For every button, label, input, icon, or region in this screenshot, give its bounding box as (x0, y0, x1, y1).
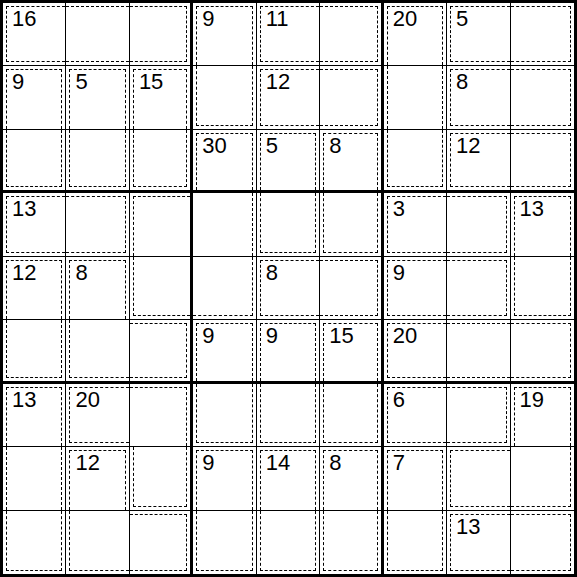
cage-boundary (133, 257, 190, 316)
cell-r9c5[interactable] (257, 511, 320, 574)
cell-r3c6[interactable]: 8 (320, 130, 383, 193)
cage-boundary (130, 387, 187, 446)
cage-sum-label: 13 (520, 198, 544, 220)
cell-r3c3[interactable] (130, 130, 193, 193)
cell-r1c9[interactable] (511, 3, 574, 66)
cell-r5c7[interactable]: 9 (384, 257, 447, 320)
cage-sum-label: 7 (393, 452, 405, 474)
cage-sum-label: 13 (12, 198, 36, 220)
cell-r2c5[interactable]: 12 (257, 66, 320, 129)
cell-r7c7[interactable]: 6 (384, 384, 447, 447)
cell-r8c6[interactable]: 8 (320, 447, 383, 510)
cage-boundary (130, 6, 187, 62)
cell-r4c4[interactable] (193, 193, 256, 256)
cage-boundary (511, 323, 571, 377)
cell-r6c4[interactable]: 9 (193, 320, 256, 383)
cage-sum-label: 11 (266, 8, 289, 30)
cell-r1c6[interactable] (320, 3, 383, 66)
cell-r7c4[interactable] (193, 384, 256, 447)
cage-boundary (387, 511, 443, 571)
cage-boundary (323, 193, 377, 252)
cage-boundary (260, 193, 316, 252)
cage-sum-label: 12 (266, 71, 290, 93)
cage-boundary (320, 69, 377, 125)
cell-r5c9[interactable] (511, 257, 574, 320)
cage-sum-label: 8 (75, 262, 87, 284)
cage-boundary (514, 257, 571, 316)
cell-r9c4[interactable] (193, 511, 256, 574)
cell-r1c1[interactable]: 16 (3, 3, 66, 66)
cage-sum-label: 12 (456, 135, 480, 157)
cage-boundary (193, 257, 252, 316)
cell-r2c9[interactable] (511, 66, 574, 129)
cage-sum-label: 16 (12, 8, 36, 30)
cage-sum-label: 8 (456, 71, 468, 93)
cage-sum-label: 9 (393, 262, 405, 284)
cell-r2c7[interactable] (384, 66, 447, 129)
cell-r8c3[interactable] (130, 447, 193, 510)
cell-r4c5[interactable] (257, 193, 320, 256)
cell-r2c8[interactable]: 8 (447, 66, 510, 129)
cage-boundary (130, 323, 187, 377)
cell-r5c4[interactable] (193, 257, 256, 320)
cell-r7c3[interactable] (130, 384, 193, 447)
cage-boundary (69, 511, 128, 571)
cell-r4c2[interactable] (66, 193, 129, 256)
cage-sum-label: 14 (266, 452, 290, 474)
cell-r7c9[interactable]: 19 (511, 384, 574, 447)
cage-boundary (447, 196, 506, 252)
cell-r8c2[interactable]: 12 (66, 447, 129, 510)
cell-r1c4[interactable]: 9 (193, 3, 256, 66)
cage-boundary (511, 6, 571, 62)
cage-boundary (6, 511, 62, 571)
cage-sum-label: 5 (75, 71, 87, 93)
cage-sum-label: 9 (202, 8, 214, 30)
cage-boundary (511, 447, 571, 506)
cell-r5c1[interactable]: 12 (3, 257, 66, 320)
cell-r6c7[interactable]: 20 (384, 320, 447, 383)
cell-r5c5[interactable]: 8 (257, 257, 320, 320)
cage-sum-label: 12 (75, 452, 99, 474)
cell-r6c9[interactable] (511, 320, 574, 383)
cell-r3c5[interactable]: 5 (257, 130, 320, 193)
cell-r4c7[interactable]: 3 (384, 193, 447, 256)
cell-r2c3[interactable]: 15 (130, 66, 193, 129)
cell-r6c2[interactable] (66, 320, 129, 383)
cage-boundary (6, 320, 62, 377)
cell-r6c3[interactable] (130, 320, 193, 383)
cell-r3c2[interactable] (66, 130, 129, 193)
cell-r9c9[interactable] (511, 511, 574, 574)
cage-boundary (66, 196, 125, 252)
cell-r4c3[interactable] (130, 193, 193, 256)
cage-sum-label: 8 (329, 135, 341, 157)
cell-r6c1[interactable] (3, 320, 66, 383)
cell-r7c8[interactable] (447, 384, 510, 447)
cage-boundary (193, 193, 252, 255)
cage-sum-label: 20 (393, 325, 417, 347)
cell-r7c1[interactable]: 13 (3, 384, 66, 447)
cage-boundary (66, 6, 128, 62)
cage-sum-label: 15 (329, 325, 353, 347)
cage-sum-label: 8 (266, 262, 278, 284)
cage-boundary (133, 447, 187, 506)
cage-sum-label: 20 (75, 389, 99, 411)
killer-sudoku-board: 1691120595151283058121331312889991520132… (0, 0, 577, 577)
cage-sum-label: 19 (520, 389, 544, 411)
cage-boundary (196, 66, 252, 125)
cell-r3c4[interactable]: 30 (193, 130, 256, 193)
cell-r1c7[interactable]: 20 (384, 3, 447, 66)
cage-sum-label: 20 (393, 8, 417, 30)
cell-r3c7[interactable] (384, 130, 447, 193)
cage-boundary (320, 260, 377, 316)
cell-r6c5[interactable]: 9 (257, 320, 320, 383)
cell-r1c5[interactable]: 11 (257, 3, 320, 66)
cell-r9c6[interactable] (320, 511, 383, 574)
cage-sum-label: 12 (12, 262, 36, 284)
cage-boundary (133, 130, 187, 187)
cage-sum-label: 13 (456, 516, 480, 538)
cage-sum-label: 9 (202, 452, 214, 474)
cell-r2c6[interactable] (320, 66, 383, 129)
cage-boundary (511, 133, 571, 187)
cell-r2c1[interactable]: 9 (3, 66, 66, 129)
cell-r5c8[interactable] (447, 257, 510, 320)
cell-r7c2[interactable]: 20 (66, 384, 129, 447)
cage-boundary (447, 323, 509, 377)
cell-r2c4[interactable] (193, 66, 256, 129)
cell-r1c8[interactable]: 5 (447, 3, 510, 66)
cell-r9c1[interactable] (3, 511, 66, 574)
cell-r2c2[interactable]: 5 (66, 66, 129, 129)
cage-sum-label: 3 (393, 198, 405, 220)
cage-boundary (447, 260, 506, 316)
cage-boundary (69, 130, 125, 187)
cage-boundary (511, 514, 571, 571)
cell-r5c2[interactable]: 8 (66, 257, 129, 320)
cage-boundary (196, 511, 252, 571)
cage-boundary (69, 320, 128, 377)
cage-boundary (196, 384, 252, 443)
cell-r5c3[interactable] (130, 257, 193, 320)
cell-r3c1[interactable] (3, 130, 66, 193)
cell-r3c8[interactable]: 12 (447, 130, 510, 193)
cell-r1c2[interactable] (66, 3, 129, 66)
cage-boundary (447, 387, 506, 443)
cage-sum-label: 15 (139, 71, 163, 93)
cage-boundary (387, 66, 443, 128)
cell-r8c1[interactable] (3, 447, 66, 510)
cage-boundary (130, 514, 187, 571)
cell-r3c9[interactable] (511, 130, 574, 193)
cage-sum-label: 13 (12, 389, 36, 411)
cage-sum-label: 5 (266, 135, 278, 157)
cell-r8c9[interactable] (511, 447, 574, 510)
cell-r9c7[interactable] (384, 511, 447, 574)
cage-sum-label: 9 (12, 71, 24, 93)
cell-r9c2[interactable] (66, 511, 129, 574)
cell-r6c6[interactable]: 15 (320, 320, 383, 383)
cell-r4c8[interactable] (447, 193, 510, 256)
cell-r7c5[interactable] (257, 384, 320, 447)
cell-r8c5[interactable]: 14 (257, 447, 320, 510)
cage-boundary (260, 511, 316, 571)
cage-sum-label: 6 (393, 389, 405, 411)
cell-r9c3[interactable] (130, 511, 193, 574)
cell-r4c9[interactable]: 13 (511, 193, 574, 256)
cell-r6c8[interactable] (447, 320, 510, 383)
cage-boundary (6, 130, 62, 187)
cell-r5c6[interactable] (320, 257, 383, 320)
cell-r8c8[interactable] (447, 447, 510, 510)
cell-r4c1[interactable]: 13 (3, 193, 66, 256)
cage-boundary (387, 130, 443, 187)
cage-boundary (511, 69, 571, 125)
cage-boundary (6, 447, 62, 509)
cage-sum-label: 9 (266, 325, 278, 347)
cage-boundary (133, 196, 190, 255)
cell-r7c6[interactable] (320, 384, 383, 447)
cell-r1c3[interactable] (130, 3, 193, 66)
cage-sum-label: 8 (329, 452, 341, 474)
cage-boundary (320, 6, 377, 62)
cell-r9c8[interactable]: 13 (447, 511, 510, 574)
cage-boundary (323, 384, 377, 443)
cage-sum-label: 5 (456, 8, 468, 30)
cage-sum-label: 30 (202, 135, 226, 157)
cage-boundary (450, 450, 509, 506)
cage-sum-label: 9 (202, 325, 214, 347)
cell-r8c7[interactable]: 7 (384, 447, 447, 510)
cell-r4c6[interactable] (320, 193, 383, 256)
cage-boundary (323, 511, 377, 571)
cell-r8c4[interactable]: 9 (193, 447, 256, 510)
cage-boundary (260, 384, 316, 443)
